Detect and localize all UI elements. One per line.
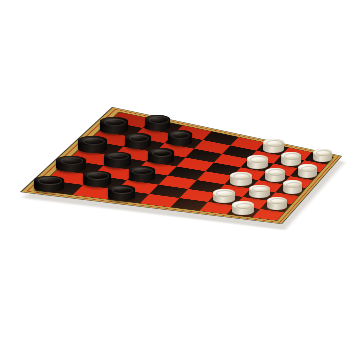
white-piece-r4c7[interactable] [283,180,303,193]
white-piece-r2c5[interactable] [247,155,268,169]
white-piece-r7c6[interactable] [232,201,253,215]
black-piece-top [100,117,128,126]
square-r7c7[interactable] [253,209,285,221]
black-piece-r3c0[interactable] [78,136,107,153]
piece-ridge-ring [266,140,282,147]
white-piece-r6c7[interactable] [267,197,287,211]
piece-ridge-ring [104,119,125,127]
piece-ridge-ring [301,166,316,172]
white-piece-r4c5[interactable] [230,172,252,186]
piece-ridge-ring [108,153,129,160]
black-piece-top [168,130,193,138]
piece-ridge-ring [129,135,150,142]
piece-ridge-ring [316,150,331,156]
piece-ridge-ring [152,150,172,157]
white-piece-r5c6[interactable] [249,185,270,199]
piece-ridge-ring [112,187,133,194]
piece-ridge-ring [284,153,300,160]
piece-ridge-ring [87,172,109,179]
piece-ridge-ring [252,186,269,193]
black-piece-top [145,115,171,124]
piece-ridge-ring [270,198,286,204]
black-piece-top [104,152,131,161]
white-piece-top [313,149,331,156]
black-piece-top [129,166,155,174]
white-piece-r0c5[interactable] [263,139,284,153]
piece-ridge-ring [132,168,152,175]
white-piece-top [249,185,270,192]
black-piece-top [78,136,107,145]
white-piece-r0c7[interactable] [313,149,331,163]
piece-ridge-ring [38,177,61,185]
white-piece-r3c6[interactable] [265,168,285,182]
piece-ridge-ring [286,182,302,188]
white-piece-top [232,201,253,208]
black-piece-top [56,156,86,165]
white-piece-r6c5[interactable] [213,189,235,203]
black-piece-top [83,171,111,180]
white-piece-top [213,189,235,197]
piece-ridge-ring [83,138,105,146]
white-piece-top [298,164,317,171]
piece-ridge-ring [171,132,190,139]
piece-ridge-ring [149,116,169,123]
black-piece-top [34,176,65,185]
black-piece-r6c1[interactable] [83,171,111,187]
piece-ridge-ring [61,157,84,165]
piece-ridge-ring [250,156,267,163]
black-piece-r5c0[interactable] [56,156,86,173]
black-piece-r4c1[interactable] [104,152,131,168]
piece-ridge-ring [233,173,250,180]
white-piece-top [230,172,252,180]
piece-ridge-ring [268,169,284,176]
white-piece-r1c6[interactable] [281,152,301,166]
black-piece-r7c0[interactable] [34,176,65,193]
white-piece-top [263,139,284,147]
piece-ridge-ring [216,190,234,197]
black-piece-top [148,148,173,156]
white-piece-top [283,180,303,187]
white-piece-top [267,197,287,204]
white-piece-r2c7[interactable] [298,164,317,177]
black-piece-r5c2[interactable] [129,166,155,182]
white-piece-top [265,168,285,175]
black-piece-r1c0[interactable] [100,117,128,134]
black-piece-r2c1[interactable] [125,133,152,149]
black-piece-r1c2[interactable] [168,130,193,146]
black-piece-r7c2[interactable] [108,185,135,201]
white-piece-top [247,155,268,163]
black-piece-r0c1[interactable] [145,115,171,131]
black-piece-top [125,133,152,142]
product-photo [0,0,350,350]
piece-ridge-ring [236,203,253,210]
black-piece-top [108,185,135,193]
black-piece-r3c2[interactable] [148,148,173,164]
white-piece-top [281,152,301,159]
